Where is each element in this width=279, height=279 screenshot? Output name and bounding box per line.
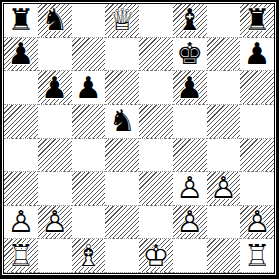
square-d8[interactable]: ♛♕ (105, 4, 139, 38)
piece-glyph: ♟ (173, 71, 207, 104)
square-e6[interactable] (139, 71, 173, 105)
piece-glyph: ♟ (4, 38, 38, 71)
square-h1[interactable]: ♜♖ (240, 239, 274, 273)
piece-glyph: ♙ (4, 206, 38, 239)
piece-glyph: ♙ (173, 206, 207, 239)
square-a2[interactable]: ♟♙ (4, 206, 38, 240)
piece-glyph: ♚ (173, 38, 207, 71)
square-b1[interactable] (38, 239, 72, 273)
square-g2[interactable] (207, 206, 241, 240)
square-h2[interactable]: ♟♙ (240, 206, 274, 240)
black-rook-h8: ♜ (240, 4, 274, 37)
square-f4[interactable] (173, 139, 207, 173)
square-f5[interactable] (173, 105, 207, 139)
square-h5[interactable] (240, 105, 274, 139)
square-c3[interactable] (72, 172, 106, 206)
white-queen-d8: ♛♕ (105, 4, 139, 37)
square-h3[interactable] (240, 172, 274, 206)
piece-glyph: ♖ (4, 239, 38, 272)
square-d3[interactable] (105, 172, 139, 206)
square-g3[interactable]: ♟♙ (207, 172, 241, 206)
piece-glyph: ♞ (105, 105, 139, 138)
square-e4[interactable] (139, 139, 173, 173)
square-d2[interactable] (105, 206, 139, 240)
piece-glyph: ♙ (207, 172, 241, 205)
white-rook-a1: ♜♖ (4, 239, 38, 272)
square-e5[interactable] (139, 105, 173, 139)
white-king-e1: ♚♔ (139, 239, 173, 272)
square-f6[interactable]: ♟ (173, 71, 207, 105)
square-c2[interactable] (72, 206, 106, 240)
square-a8[interactable]: ♜ (4, 4, 38, 38)
black-pawn-b6: ♟ (38, 71, 72, 104)
black-knight-b8: ♞ (38, 4, 72, 37)
white-rook-h1: ♜♖ (240, 239, 274, 272)
square-b5[interactable] (38, 105, 72, 139)
piece-glyph: ♜ (4, 4, 38, 37)
piece-glyph: ♕ (105, 4, 139, 37)
black-knight-d5: ♞ (105, 105, 139, 138)
square-a3[interactable] (4, 172, 38, 206)
black-pawn-c6: ♟ (72, 71, 106, 104)
square-h4[interactable] (240, 139, 274, 173)
square-a5[interactable] (4, 105, 38, 139)
piece-glyph: ♟ (38, 71, 72, 104)
piece-glyph: ♙ (240, 206, 274, 239)
square-d5[interactable]: ♞ (105, 105, 139, 139)
square-e2[interactable] (139, 206, 173, 240)
square-d7[interactable] (105, 38, 139, 72)
white-pawn-g3: ♟♙ (207, 172, 241, 205)
white-pawn-a2: ♟♙ (4, 206, 38, 239)
square-c7[interactable] (72, 38, 106, 72)
piece-glyph: ♟ (72, 71, 106, 104)
piece-glyph: ♙ (173, 172, 207, 205)
square-c4[interactable] (72, 139, 106, 173)
black-rook-a8: ♜ (4, 4, 38, 37)
white-pawn-h2: ♟♙ (240, 206, 274, 239)
black-bishop-f8: ♝ (173, 4, 207, 37)
black-pawn-h7: ♟ (240, 38, 274, 71)
white-bishop-c1: ♝♗ (72, 239, 106, 272)
square-f7[interactable]: ♚ (173, 38, 207, 72)
piece-glyph: ♔ (139, 239, 173, 272)
square-b3[interactable] (38, 172, 72, 206)
square-g6[interactable] (207, 71, 241, 105)
square-c5[interactable] (72, 105, 106, 139)
square-e1[interactable]: ♚♔ (139, 239, 173, 273)
square-b6[interactable]: ♟ (38, 71, 72, 105)
square-d6[interactable] (105, 71, 139, 105)
square-g7[interactable] (207, 38, 241, 72)
square-d1[interactable] (105, 239, 139, 273)
square-f2[interactable]: ♟♙ (173, 206, 207, 240)
square-f1[interactable] (173, 239, 207, 273)
square-a6[interactable] (4, 71, 38, 105)
square-b7[interactable] (38, 38, 72, 72)
white-pawn-f3: ♟♙ (173, 172, 207, 205)
square-g1[interactable] (207, 239, 241, 273)
square-b4[interactable] (38, 139, 72, 173)
square-d4[interactable] (105, 139, 139, 173)
square-a1[interactable]: ♜♖ (4, 239, 38, 273)
piece-glyph: ♖ (240, 239, 274, 272)
square-h8[interactable]: ♜ (240, 4, 274, 38)
chess-board: ♜♞♛♕♝♜♟♚♟♟♟♟♞♟♙♟♙♟♙♟♙♟♙♟♙♜♖♝♗♚♔♜♖ (3, 3, 275, 274)
square-c1[interactable]: ♝♗ (72, 239, 106, 273)
square-g8[interactable] (207, 4, 241, 38)
square-f8[interactable]: ♝ (173, 4, 207, 38)
black-pawn-f6: ♟ (173, 71, 207, 104)
square-g4[interactable] (207, 139, 241, 173)
piece-glyph: ♜ (240, 4, 274, 37)
square-c6[interactable]: ♟ (72, 71, 106, 105)
square-b2[interactable]: ♟♙ (38, 206, 72, 240)
square-a4[interactable] (4, 139, 38, 173)
black-pawn-a7: ♟ (4, 38, 38, 71)
square-g5[interactable] (207, 105, 241, 139)
square-a7[interactable]: ♟ (4, 38, 38, 72)
square-b8[interactable]: ♞ (38, 4, 72, 38)
square-f3[interactable]: ♟♙ (173, 172, 207, 206)
white-pawn-f2: ♟♙ (173, 206, 207, 239)
piece-glyph: ♞ (38, 4, 72, 37)
piece-glyph: ♟ (240, 38, 274, 71)
square-c8[interactable] (72, 4, 106, 38)
piece-glyph: ♗ (72, 239, 106, 272)
white-pawn-b2: ♟♙ (38, 206, 72, 239)
black-king-f7: ♚ (173, 38, 207, 71)
square-e8[interactable] (139, 4, 173, 38)
piece-glyph: ♙ (38, 206, 72, 239)
chess-diagram-frame: ♜♞♛♕♝♜♟♚♟♟♟♟♞♟♙♟♙♟♙♟♙♟♙♟♙♜♖♝♗♚♔♜♖ (0, 0, 279, 279)
square-e7[interactable] (139, 38, 173, 72)
square-e3[interactable] (139, 172, 173, 206)
square-h7[interactable]: ♟ (240, 38, 274, 72)
piece-glyph: ♝ (173, 4, 207, 37)
square-h6[interactable] (240, 71, 274, 105)
